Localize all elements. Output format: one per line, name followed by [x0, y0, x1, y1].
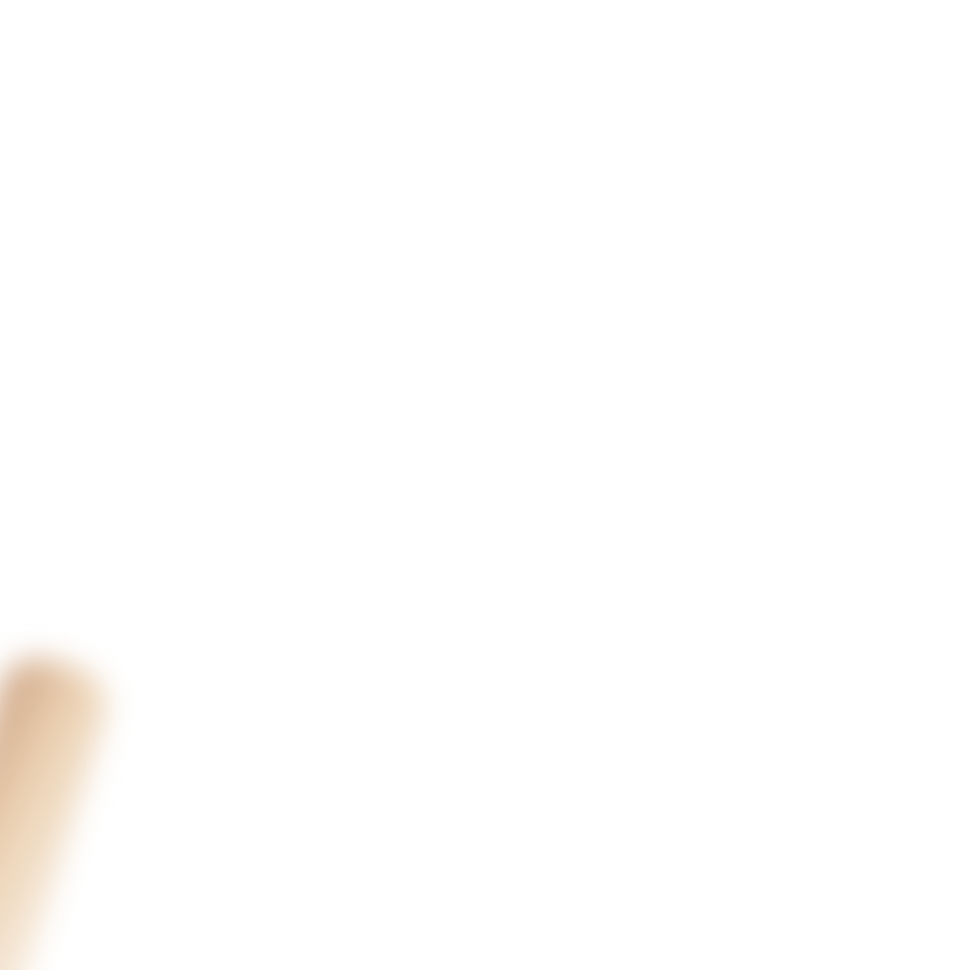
chess-set-photo	[0, 0, 970, 970]
pieces-layer	[0, 0, 970, 970]
